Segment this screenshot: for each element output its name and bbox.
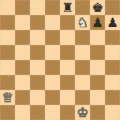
square-h6[interactable]	[105, 30, 120, 45]
square-c1[interactable]	[30, 105, 45, 120]
square-e8[interactable]: ♜	[60, 0, 75, 15]
piece-black-pawn[interactable]: ♟	[90, 15, 105, 30]
square-d6[interactable]	[45, 30, 60, 45]
square-f7[interactable]: ♞	[75, 15, 90, 30]
square-g5[interactable]	[90, 45, 105, 60]
square-g8[interactable]: ♚	[90, 0, 105, 15]
square-g3[interactable]	[90, 75, 105, 90]
square-a7[interactable]	[0, 15, 15, 30]
square-b7[interactable]	[15, 15, 30, 30]
piece-white-queen[interactable]: ♛	[0, 90, 15, 105]
square-b1[interactable]	[15, 105, 30, 120]
square-f2[interactable]	[75, 90, 90, 105]
square-d8[interactable]	[45, 0, 60, 15]
square-b2[interactable]	[15, 90, 30, 105]
square-g2[interactable]	[90, 90, 105, 105]
square-f4[interactable]	[75, 60, 90, 75]
square-c2[interactable]	[30, 90, 45, 105]
square-a8[interactable]	[0, 0, 15, 15]
piece-white-king[interactable]: ♚	[75, 105, 90, 120]
square-h1[interactable]	[105, 105, 120, 120]
square-c6[interactable]	[30, 30, 45, 45]
square-e2[interactable]	[60, 90, 75, 105]
square-a1[interactable]	[0, 105, 15, 120]
square-f3[interactable]	[75, 75, 90, 90]
square-c5[interactable]	[30, 45, 45, 60]
square-b4[interactable]	[15, 60, 30, 75]
square-a6[interactable]	[0, 30, 15, 45]
square-b8[interactable]	[15, 0, 30, 15]
square-b6[interactable]	[15, 30, 30, 45]
square-d7[interactable]	[45, 15, 60, 30]
piece-white-knight[interactable]: ♞	[75, 15, 90, 30]
square-a4[interactable]	[0, 60, 15, 75]
chess-board: ♜♚♞♟♟♛♚	[0, 0, 120, 120]
square-d1[interactable]	[45, 105, 60, 120]
square-e1[interactable]	[60, 105, 75, 120]
square-f1[interactable]: ♚	[75, 105, 90, 120]
square-h4[interactable]	[105, 60, 120, 75]
square-d3[interactable]	[45, 75, 60, 90]
square-d2[interactable]	[45, 90, 60, 105]
piece-black-pawn[interactable]: ♟	[105, 15, 120, 30]
square-h2[interactable]	[105, 90, 120, 105]
square-c7[interactable]	[30, 15, 45, 30]
square-b5[interactable]	[15, 45, 30, 60]
square-e6[interactable]	[60, 30, 75, 45]
square-e7[interactable]	[60, 15, 75, 30]
square-d4[interactable]	[45, 60, 60, 75]
square-a2[interactable]: ♛	[0, 90, 15, 105]
square-g1[interactable]	[90, 105, 105, 120]
square-h5[interactable]	[105, 45, 120, 60]
square-e4[interactable]	[60, 60, 75, 75]
square-g7[interactable]: ♟	[90, 15, 105, 30]
square-c4[interactable]	[30, 60, 45, 75]
square-b3[interactable]	[15, 75, 30, 90]
square-c8[interactable]	[30, 0, 45, 15]
square-e5[interactable]	[60, 45, 75, 60]
piece-black-rook[interactable]: ♜	[60, 0, 75, 15]
square-c3[interactable]	[30, 75, 45, 90]
square-h8[interactable]	[105, 0, 120, 15]
square-f8[interactable]	[75, 0, 90, 15]
square-d5[interactable]	[45, 45, 60, 60]
square-g4[interactable]	[90, 60, 105, 75]
square-g6[interactable]	[90, 30, 105, 45]
square-h3[interactable]	[105, 75, 120, 90]
square-h7[interactable]: ♟	[105, 15, 120, 30]
square-a3[interactable]	[0, 75, 15, 90]
square-f6[interactable]	[75, 30, 90, 45]
square-a5[interactable]	[0, 45, 15, 60]
square-f5[interactable]	[75, 45, 90, 60]
piece-black-king[interactable]: ♚	[90, 0, 105, 15]
square-e3[interactable]	[60, 75, 75, 90]
